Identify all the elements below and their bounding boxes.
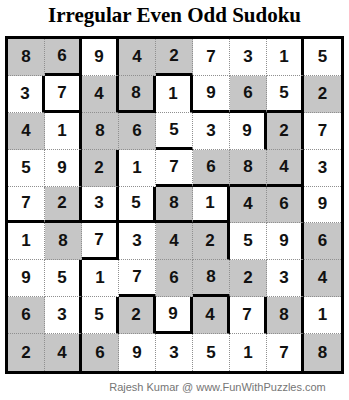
sudoku-cell-r3c1: 4 — [8, 113, 45, 150]
sudoku-cell-r6c8: 9 — [267, 223, 304, 260]
sudoku-cell-r8c5: 9 — [156, 297, 193, 334]
sudoku-cell-r9c3: 6 — [82, 334, 119, 371]
sudoku-cell-r1c9: 5 — [304, 39, 341, 76]
sudoku-cell-r8c8: 8 — [267, 297, 304, 334]
sudoku-cell-r3c7: 9 — [230, 113, 267, 150]
sudoku-cell-r7c6: 8 — [193, 260, 230, 297]
sudoku-cell-r5c7: 4 — [230, 187, 267, 224]
puzzle-page: Irregular Even Odd Sudoku 86942731537481… — [0, 0, 349, 400]
sudoku-cell-r6c5: 4 — [156, 223, 193, 260]
sudoku-cell-r9c5: 3 — [156, 334, 193, 371]
sudoku-cell-r7c1: 9 — [8, 260, 45, 297]
sudoku-cell-r8c1: 6 — [8, 297, 45, 334]
sudoku-cell-r6c1: 1 — [8, 223, 45, 260]
sudoku-cell-r5c4: 5 — [119, 187, 156, 224]
sudoku-cell-r2c8: 5 — [267, 76, 304, 113]
sudoku-cell-r5c2: 2 — [45, 187, 82, 224]
sudoku-cell-r3c9: 7 — [304, 113, 341, 150]
sudoku-cell-r1c4: 4 — [119, 39, 156, 76]
sudoku-cell-r7c4: 7 — [119, 260, 156, 297]
sudoku-cell-r5c6: 1 — [193, 187, 230, 224]
sudoku-cell-r4c8: 4 — [267, 150, 304, 187]
sudoku-cell-r3c8: 2 — [267, 113, 304, 150]
sudoku-cell-r3c4: 6 — [119, 113, 156, 150]
sudoku-cell-r6c3: 7 — [82, 223, 119, 260]
sudoku-cell-r5c9: 9 — [304, 187, 341, 224]
sudoku-cell-r7c7: 2 — [230, 260, 267, 297]
sudoku-cell-r2c4: 8 — [119, 76, 156, 113]
sudoku-board: 8694273153748196524186539275921768437235… — [5, 36, 344, 374]
sudoku-cell-r4c5: 7 — [156, 150, 193, 187]
credit-line: Rajesh Kumar @ www.FunWithPuzzles.com — [0, 381, 349, 393]
sudoku-cell-r8c4: 2 — [119, 297, 156, 334]
sudoku-cell-r3c5: 5 — [156, 113, 193, 150]
sudoku-cell-r4c4: 1 — [119, 150, 156, 187]
sudoku-cell-r4c9: 3 — [304, 150, 341, 187]
sudoku-cell-r5c3: 3 — [82, 187, 119, 224]
sudoku-cell-r3c2: 1 — [45, 113, 82, 150]
sudoku-cell-r1c2: 6 — [45, 39, 82, 76]
sudoku-cell-r8c9: 1 — [304, 297, 341, 334]
sudoku-cell-r1c7: 3 — [230, 39, 267, 76]
sudoku-cell-r9c1: 2 — [8, 334, 45, 371]
sudoku-cell-r7c3: 1 — [82, 260, 119, 297]
sudoku-cell-r1c8: 1 — [267, 39, 304, 76]
sudoku-cell-r2c3: 4 — [82, 76, 119, 113]
sudoku-cell-r8c6: 4 — [193, 297, 230, 334]
sudoku-cell-r3c6: 3 — [193, 113, 230, 150]
sudoku-cell-r1c5: 2 — [156, 39, 193, 76]
sudoku-cell-r7c5: 6 — [156, 260, 193, 297]
sudoku-cell-r9c6: 5 — [193, 334, 230, 371]
sudoku-cell-r1c3: 9 — [82, 39, 119, 76]
sudoku-cell-r9c4: 9 — [119, 334, 156, 371]
sudoku-cell-r2c7: 6 — [230, 76, 267, 113]
sudoku-cell-r9c9: 8 — [304, 334, 341, 371]
sudoku-cell-r4c2: 9 — [45, 150, 82, 187]
sudoku-cell-r8c2: 3 — [45, 297, 82, 334]
sudoku-cell-r6c2: 8 — [45, 223, 82, 260]
sudoku-cell-r7c2: 5 — [45, 260, 82, 297]
sudoku-cell-r8c3: 5 — [82, 297, 119, 334]
sudoku-cell-r9c8: 7 — [267, 334, 304, 371]
sudoku-cell-r6c9: 6 — [304, 223, 341, 260]
sudoku-cell-r2c5: 1 — [156, 76, 193, 113]
sudoku-cell-r1c6: 7 — [193, 39, 230, 76]
sudoku-cell-r9c2: 4 — [45, 334, 82, 371]
sudoku-cell-r4c3: 2 — [82, 150, 119, 187]
sudoku-cell-r2c1: 3 — [8, 76, 45, 113]
sudoku-cell-r5c8: 6 — [267, 187, 304, 224]
sudoku-cell-r6c4: 3 — [119, 223, 156, 260]
sudoku-cell-r2c6: 9 — [193, 76, 230, 113]
sudoku-cell-r2c9: 2 — [304, 76, 341, 113]
sudoku-cell-r3c3: 8 — [82, 113, 119, 150]
sudoku-cell-r6c7: 5 — [230, 223, 267, 260]
sudoku-cell-r5c1: 7 — [8, 187, 45, 224]
sudoku-cell-r5c5: 8 — [156, 187, 193, 224]
page-title: Irregular Even Odd Sudoku — [0, 3, 349, 28]
sudoku-cell-r8c7: 7 — [230, 297, 267, 334]
sudoku-cell-r4c6: 6 — [193, 150, 230, 187]
sudoku-cell-r2c2: 7 — [45, 76, 82, 113]
sudoku-cell-r4c1: 5 — [8, 150, 45, 187]
sudoku-cell-r7c9: 4 — [304, 260, 341, 297]
sudoku-cell-r7c8: 3 — [267, 260, 304, 297]
sudoku-cell-r9c7: 1 — [230, 334, 267, 371]
sudoku-cell-r4c7: 8 — [230, 150, 267, 187]
sudoku-cell-r6c6: 2 — [193, 223, 230, 260]
sudoku-cell-r1c1: 8 — [8, 39, 45, 76]
